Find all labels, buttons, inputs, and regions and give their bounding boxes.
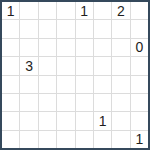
cell-r3c0[interactable] [2, 57, 19, 74]
cell-r0c0-clue-1: 1 [2, 2, 19, 19]
cell-r0c6-clue-2: 2 [112, 2, 129, 19]
cell-r3c3[interactable] [57, 57, 74, 74]
cell-r4c1[interactable] [20, 76, 37, 93]
cell-r6c2[interactable] [39, 112, 56, 129]
cell-r1c4[interactable] [76, 20, 93, 37]
cell-r1c3[interactable] [57, 20, 74, 37]
cell-r5c5[interactable] [94, 94, 111, 111]
cell-r2c6[interactable] [112, 39, 129, 56]
cell-r0c5[interactable] [94, 2, 111, 19]
cell-r7c3[interactable] [57, 131, 74, 148]
cell-r5c3[interactable] [57, 94, 74, 111]
cell-r0c7[interactable] [131, 2, 148, 19]
cell-r5c2[interactable] [39, 94, 56, 111]
cell-r6c7[interactable] [131, 112, 148, 129]
cell-r6c1[interactable] [20, 112, 37, 129]
cell-r6c4[interactable] [76, 112, 93, 129]
cell-r7c2[interactable] [39, 131, 56, 148]
cell-r3c6[interactable] [112, 57, 129, 74]
cell-r2c3[interactable] [57, 39, 74, 56]
cell-r4c3[interactable] [57, 76, 74, 93]
minesweeper-board: 1120311 [0, 0, 150, 150]
cell-r1c7[interactable] [131, 20, 148, 37]
cell-r7c4[interactable] [76, 131, 93, 148]
cell-r0c3[interactable] [57, 2, 74, 19]
cell-r7c1[interactable] [20, 131, 37, 148]
cell-r6c5-clue-1: 1 [94, 112, 111, 129]
cell-r0c4-clue-1: 1 [76, 2, 93, 19]
cell-r6c6[interactable] [112, 112, 129, 129]
cell-r6c0[interactable] [2, 112, 19, 129]
cell-r4c0[interactable] [2, 76, 19, 93]
cell-r3c2[interactable] [39, 57, 56, 74]
cell-r2c2[interactable] [39, 39, 56, 56]
cell-r7c0[interactable] [2, 131, 19, 148]
cell-r2c7-clue-0: 0 [131, 39, 148, 56]
cell-r4c4[interactable] [76, 76, 93, 93]
cell-r5c4[interactable] [76, 94, 93, 111]
cell-r1c6[interactable] [112, 20, 129, 37]
cell-r1c5[interactable] [94, 20, 111, 37]
cell-r5c1[interactable] [20, 94, 37, 111]
cell-r2c5[interactable] [94, 39, 111, 56]
cell-r5c6[interactable] [112, 94, 129, 111]
cell-r5c7[interactable] [131, 94, 148, 111]
cell-r0c2[interactable] [39, 2, 56, 19]
cell-r6c3[interactable] [57, 112, 74, 129]
cell-r3c7[interactable] [131, 57, 148, 74]
cell-r4c5[interactable] [94, 76, 111, 93]
cell-r4c2[interactable] [39, 76, 56, 93]
cell-r4c6[interactable] [112, 76, 129, 93]
cell-r1c1[interactable] [20, 20, 37, 37]
cell-r3c4[interactable] [76, 57, 93, 74]
cell-r1c2[interactable] [39, 20, 56, 37]
cell-r2c1[interactable] [20, 39, 37, 56]
cell-r3c1-clue-3: 3 [20, 57, 37, 74]
cell-r1c0[interactable] [2, 20, 19, 37]
cell-r0c1[interactable] [20, 2, 37, 19]
cell-r4c7[interactable] [131, 76, 148, 93]
cell-r7c7-clue-1: 1 [131, 131, 148, 148]
cell-r2c4[interactable] [76, 39, 93, 56]
cell-r3c5[interactable] [94, 57, 111, 74]
cell-r7c5[interactable] [94, 131, 111, 148]
cell-r5c0[interactable] [2, 94, 19, 111]
cell-r7c6[interactable] [112, 131, 129, 148]
cell-r2c0[interactable] [2, 39, 19, 56]
